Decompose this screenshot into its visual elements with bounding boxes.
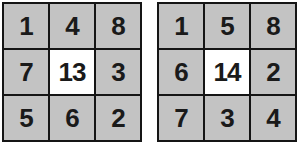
puzzle-boards: 1 4 8 7 13 3 5 6 2 1 5 8 6 14 2 7 3 4 [0, 0, 302, 142]
left-cell-r2c3: 3 [96, 50, 140, 94]
right-cell-r1c2: 5 [205, 4, 249, 48]
left-cell-r3c1: 5 [4, 96, 48, 140]
right-cell-r3c3: 4 [251, 96, 295, 140]
right-grid: 1 5 8 6 14 2 7 3 4 [157, 2, 297, 142]
left-cell-r1c1: 1 [4, 4, 48, 48]
left-grid: 1 4 8 7 13 3 5 6 2 [2, 2, 142, 142]
right-cell-r3c1: 7 [159, 96, 203, 140]
left-cell-r2c1: 7 [4, 50, 48, 94]
right-cell-r1c3: 8 [251, 4, 295, 48]
right-cell-r1c1: 1 [159, 4, 203, 48]
left-cell-r3c3: 2 [96, 96, 140, 140]
left-cell-r1c2: 4 [50, 4, 94, 48]
right-cell-r3c2: 3 [205, 96, 249, 140]
right-cell-r2c3: 2 [251, 50, 295, 94]
right-center-cell: 14 [205, 50, 249, 94]
right-cell-r2c1: 6 [159, 50, 203, 94]
left-center-cell: 13 [50, 50, 94, 94]
left-cell-r1c3: 8 [96, 4, 140, 48]
left-cell-r3c2: 6 [50, 96, 94, 140]
